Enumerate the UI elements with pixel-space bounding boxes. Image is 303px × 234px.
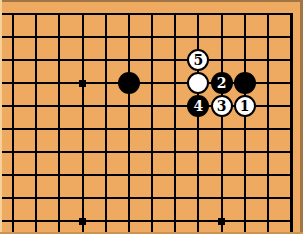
grid-line-vertical [221,13,223,234]
grid-line-horizontal [0,128,293,130]
go-stone-black [118,72,140,94]
grid-line-vertical [151,13,153,234]
board-frame-left [0,0,2,234]
move-number: 3 [217,99,227,113]
go-board: 52431 [0,0,303,234]
move-number: 1 [240,99,250,113]
board-frame-right [300,0,303,234]
grid-line-vertical [105,13,107,234]
grid-line-vertical [82,13,84,234]
grid-line-horizontal [0,13,293,15]
go-stone-white-move-3: 3 [211,95,233,117]
board-frame-bottom [0,232,303,234]
move-number: 5 [193,53,203,67]
grid-line-vertical [267,13,269,234]
grid-line-horizontal [0,220,293,222]
grid-line-horizontal [0,197,293,199]
grid-line-vertical [58,13,60,234]
go-stone-white [187,72,209,94]
grid-line-horizontal [0,59,293,61]
grid-line-vertical [12,13,14,234]
go-stone-white-move-5: 5 [187,49,209,71]
grid-line-vertical [197,13,199,234]
move-number: 2 [217,76,227,90]
grid-line-vertical [174,13,176,234]
go-stone-black-move-2: 2 [211,72,233,94]
grid-line-vertical [244,13,246,234]
grid-line-vertical [290,13,293,234]
star-point [218,218,225,225]
grid-line-horizontal [0,151,293,153]
board-frame-top [0,0,303,2]
star-point [79,218,86,225]
star-point [79,80,86,87]
grid-line-vertical [35,13,37,234]
go-stone-black-move-4: 4 [187,95,209,117]
grid-line-vertical [128,13,130,234]
grid-line-horizontal [0,36,293,38]
move-number: 4 [193,99,203,113]
go-stone-white-move-1: 1 [234,95,256,117]
grid-line-horizontal [0,174,293,176]
go-stone-black [234,72,256,94]
